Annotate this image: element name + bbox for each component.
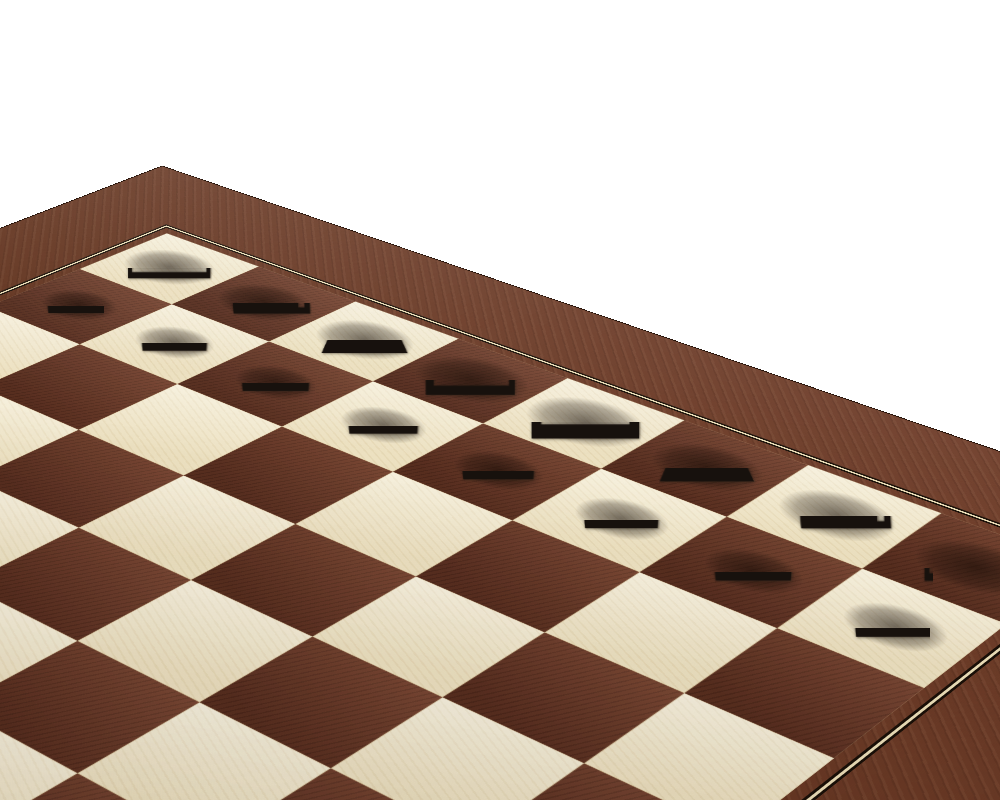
- product-photo-scene: ♜♞♝♛♚♝♞♜♟♟♟♟♟♟♟♟: [0, 0, 1000, 800]
- chess-board: ♜♞♝♛♚♝♞♜♟♟♟♟♟♟♟♟: [0, 166, 1000, 800]
